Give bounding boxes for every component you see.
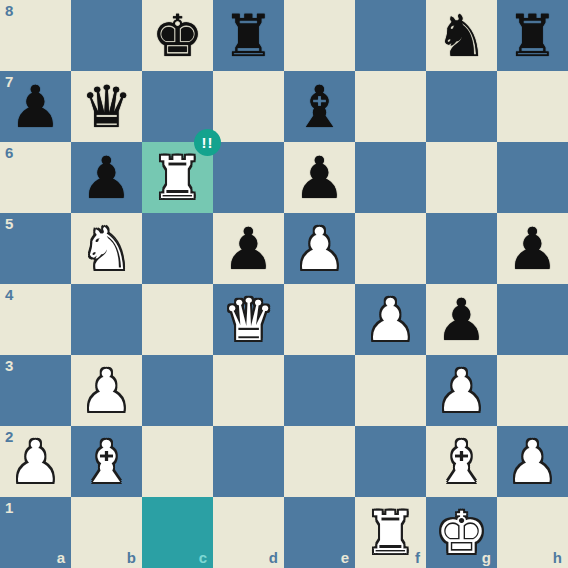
square-e7[interactable]: ♝	[284, 71, 355, 142]
piece-black-pawn[interactable]: ♟	[497, 213, 568, 284]
square-a2[interactable]: 2♟	[0, 426, 71, 497]
piece-white-knight[interactable]: ♞	[71, 213, 142, 284]
square-c6[interactable]: ♜!!	[142, 142, 213, 213]
square-b6[interactable]: ♟	[71, 142, 142, 213]
piece-white-pawn[interactable]: ♟	[0, 426, 71, 497]
square-e5[interactable]: ♟	[284, 213, 355, 284]
square-e3[interactable]	[284, 355, 355, 426]
piece-black-pawn[interactable]: ♟	[284, 142, 355, 213]
file-label-d: d	[269, 549, 278, 566]
piece-white-pawn[interactable]: ♟	[71, 355, 142, 426]
square-g1[interactable]: g♚	[426, 497, 497, 568]
piece-white-queen[interactable]: ♛	[213, 284, 284, 355]
square-h8[interactable]: ♜	[497, 0, 568, 71]
square-h5[interactable]: ♟	[497, 213, 568, 284]
square-c5[interactable]	[142, 213, 213, 284]
square-b8[interactable]	[71, 0, 142, 71]
piece-black-pawn[interactable]: ♟	[0, 71, 71, 142]
square-g7[interactable]	[426, 71, 497, 142]
square-c2[interactable]	[142, 426, 213, 497]
piece-black-knight[interactable]: ♞	[426, 0, 497, 71]
file-label-a: a	[57, 549, 65, 566]
piece-black-pawn[interactable]: ♟	[71, 142, 142, 213]
rank-label-1: 1	[5, 499, 13, 516]
square-e2[interactable]	[284, 426, 355, 497]
square-h1[interactable]: h	[497, 497, 568, 568]
square-b5[interactable]: ♞	[71, 213, 142, 284]
square-b3[interactable]: ♟	[71, 355, 142, 426]
file-label-h: h	[553, 549, 562, 566]
square-h4[interactable]	[497, 284, 568, 355]
piece-black-pawn[interactable]: ♟	[213, 213, 284, 284]
square-g4[interactable]: ♟	[426, 284, 497, 355]
square-b7[interactable]: ♛	[71, 71, 142, 142]
square-a6[interactable]: 6	[0, 142, 71, 213]
piece-black-pawn[interactable]: ♟	[426, 284, 497, 355]
square-e4[interactable]	[284, 284, 355, 355]
square-f6[interactable]	[355, 142, 426, 213]
square-d5[interactable]: ♟	[213, 213, 284, 284]
square-g2[interactable]: ♝	[426, 426, 497, 497]
square-c4[interactable]	[142, 284, 213, 355]
file-label-b: b	[127, 549, 136, 566]
piece-black-rook[interactable]: ♜	[213, 0, 284, 71]
square-h7[interactable]	[497, 71, 568, 142]
square-f8[interactable]	[355, 0, 426, 71]
square-f1[interactable]: f♜	[355, 497, 426, 568]
rank-label-5: 5	[5, 215, 13, 232]
square-a7[interactable]: 7♟	[0, 71, 71, 142]
piece-white-bishop[interactable]: ♝	[71, 426, 142, 497]
square-a1[interactable]: 1a	[0, 497, 71, 568]
square-a3[interactable]: 3	[0, 355, 71, 426]
square-d1[interactable]: d	[213, 497, 284, 568]
square-b4[interactable]	[71, 284, 142, 355]
square-g5[interactable]	[426, 213, 497, 284]
square-h3[interactable]	[497, 355, 568, 426]
square-a5[interactable]: 5	[0, 213, 71, 284]
square-a8[interactable]: 8	[0, 0, 71, 71]
square-a4[interactable]: 4	[0, 284, 71, 355]
square-g6[interactable]	[426, 142, 497, 213]
square-c3[interactable]	[142, 355, 213, 426]
chess-board: 8♚♜♞♜7♟♛♝6♟♜!!♟5♞♟♟♟4♛♟♟3♟♟2♟♝♝♟1abcdef♜…	[0, 0, 568, 568]
square-g3[interactable]: ♟	[426, 355, 497, 426]
brilliant-move-badge: !!	[194, 129, 221, 156]
piece-white-pawn[interactable]: ♟	[497, 426, 568, 497]
square-e1[interactable]: e	[284, 497, 355, 568]
rank-label-6: 6	[5, 144, 13, 161]
square-d8[interactable]: ♜	[213, 0, 284, 71]
piece-black-queen[interactable]: ♛	[71, 71, 142, 142]
square-f2[interactable]	[355, 426, 426, 497]
square-g8[interactable]: ♞	[426, 0, 497, 71]
square-c1[interactable]: c	[142, 497, 213, 568]
piece-black-rook[interactable]: ♜	[497, 0, 568, 71]
square-d7[interactable]	[213, 71, 284, 142]
square-d4[interactable]: ♛	[213, 284, 284, 355]
piece-white-bishop[interactable]: ♝	[426, 426, 497, 497]
square-h6[interactable]	[497, 142, 568, 213]
square-b1[interactable]: b	[71, 497, 142, 568]
piece-white-rook[interactable]: ♜	[355, 497, 426, 568]
square-f3[interactable]	[355, 355, 426, 426]
piece-white-king[interactable]: ♚	[426, 497, 497, 568]
square-c8[interactable]: ♚	[142, 0, 213, 71]
square-d3[interactable]	[213, 355, 284, 426]
square-f4[interactable]: ♟	[355, 284, 426, 355]
rank-label-3: 3	[5, 357, 13, 374]
piece-white-pawn[interactable]: ♟	[284, 213, 355, 284]
square-f5[interactable]	[355, 213, 426, 284]
piece-black-king[interactable]: ♚	[142, 0, 213, 71]
file-label-e: e	[341, 549, 349, 566]
square-d6[interactable]	[213, 142, 284, 213]
square-f7[interactable]	[355, 71, 426, 142]
square-e6[interactable]: ♟	[284, 142, 355, 213]
piece-white-pawn[interactable]: ♟	[426, 355, 497, 426]
square-b2[interactable]: ♝	[71, 426, 142, 497]
piece-black-bishop[interactable]: ♝	[284, 71, 355, 142]
file-label-c: c	[199, 549, 207, 566]
piece-white-pawn[interactable]: ♟	[355, 284, 426, 355]
rank-label-4: 4	[5, 286, 13, 303]
rank-label-8: 8	[5, 2, 13, 19]
square-d2[interactable]	[213, 426, 284, 497]
square-h2[interactable]: ♟	[497, 426, 568, 497]
square-e8[interactable]	[284, 0, 355, 71]
